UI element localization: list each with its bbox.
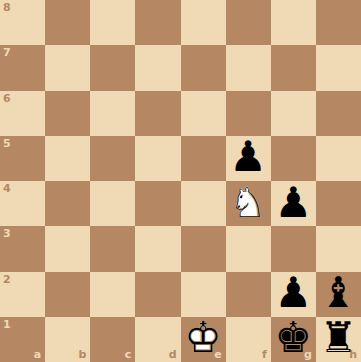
square-d5[interactable] [135, 136, 180, 181]
square-a3[interactable]: 3 [0, 226, 45, 271]
square-g6[interactable] [271, 91, 316, 136]
square-d7[interactable] [135, 45, 180, 90]
black-king[interactable]: ♚ [271, 317, 316, 362]
square-b5[interactable] [45, 136, 90, 181]
square-f1[interactable]: f [226, 317, 271, 362]
square-f2[interactable] [226, 272, 271, 317]
square-g1[interactable]: g♚ [271, 317, 316, 362]
black-king-icon: ♚ [274, 317, 312, 359]
chess-board: 8765♟4♞♘♟32♟♝1abcde♚♔fg♚h♜ [0, 0, 361, 362]
square-f3[interactable] [226, 226, 271, 271]
file-label-a: a [34, 349, 41, 360]
square-c2[interactable] [90, 272, 135, 317]
square-c5[interactable] [90, 136, 135, 181]
square-a7[interactable]: 7 [0, 45, 45, 90]
square-d1[interactable]: d [135, 317, 180, 362]
square-a4[interactable]: 4 [0, 181, 45, 226]
square-f4[interactable]: ♞♘ [226, 181, 271, 226]
square-b8[interactable] [45, 0, 90, 45]
square-b6[interactable] [45, 91, 90, 136]
black-bishop[interactable]: ♝ [316, 272, 361, 317]
square-g3[interactable] [271, 226, 316, 271]
square-e2[interactable] [181, 272, 226, 317]
black-pawn-icon: ♟ [229, 136, 267, 178]
rank-label-6: 6 [3, 93, 11, 104]
white-knight[interactable]: ♞♘ [226, 181, 271, 226]
square-h7[interactable] [316, 45, 361, 90]
black-rook-icon: ♜ [320, 317, 358, 359]
file-label-f: f [262, 349, 267, 360]
rank-label-1: 1 [3, 319, 11, 330]
rank-label-2: 2 [3, 274, 11, 285]
square-f5[interactable]: ♟ [226, 136, 271, 181]
square-b1[interactable]: b [45, 317, 90, 362]
square-d3[interactable] [135, 226, 180, 271]
square-h5[interactable] [316, 136, 361, 181]
square-d4[interactable] [135, 181, 180, 226]
square-g4[interactable]: ♟ [271, 181, 316, 226]
square-f6[interactable] [226, 91, 271, 136]
square-a5[interactable]: 5 [0, 136, 45, 181]
square-d2[interactable] [135, 272, 180, 317]
black-rook[interactable]: ♜ [316, 317, 361, 362]
square-b3[interactable] [45, 226, 90, 271]
square-a8[interactable]: 8 [0, 0, 45, 45]
file-label-c: c [125, 349, 132, 360]
square-e8[interactable] [181, 0, 226, 45]
square-c6[interactable] [90, 91, 135, 136]
square-f7[interactable] [226, 45, 271, 90]
square-h4[interactable] [316, 181, 361, 226]
white-king-icon: ♔ [184, 317, 222, 359]
black-pawn[interactable]: ♟ [226, 136, 271, 181]
square-e5[interactable] [181, 136, 226, 181]
square-a2[interactable]: 2 [0, 272, 45, 317]
square-a1[interactable]: 1a [0, 317, 45, 362]
rank-label-4: 4 [3, 183, 11, 194]
square-h3[interactable] [316, 226, 361, 271]
square-a6[interactable]: 6 [0, 91, 45, 136]
square-c1[interactable]: c [90, 317, 135, 362]
square-f8[interactable] [226, 0, 271, 45]
black-pawn-icon: ♟ [274, 181, 312, 223]
square-c4[interactable] [90, 181, 135, 226]
square-h8[interactable] [316, 0, 361, 45]
file-label-d: d [169, 349, 177, 360]
square-h2[interactable]: ♝ [316, 272, 361, 317]
black-pawn[interactable]: ♟ [271, 181, 316, 226]
square-e1[interactable]: e♚♔ [181, 317, 226, 362]
black-pawn-icon: ♟ [274, 272, 312, 314]
rank-label-8: 8 [3, 2, 11, 13]
square-b4[interactable] [45, 181, 90, 226]
rank-label-3: 3 [3, 228, 11, 239]
black-pawn[interactable]: ♟ [271, 272, 316, 317]
square-e7[interactable] [181, 45, 226, 90]
square-c3[interactable] [90, 226, 135, 271]
square-h6[interactable] [316, 91, 361, 136]
rank-label-5: 5 [3, 138, 11, 149]
square-g7[interactable] [271, 45, 316, 90]
square-e4[interactable] [181, 181, 226, 226]
square-d8[interactable] [135, 0, 180, 45]
file-label-b: b [78, 349, 86, 360]
black-bishop-icon: ♝ [320, 272, 358, 314]
square-g5[interactable] [271, 136, 316, 181]
white-knight-icon: ♘ [229, 181, 267, 223]
square-e6[interactable] [181, 91, 226, 136]
square-d6[interactable] [135, 91, 180, 136]
white-king[interactable]: ♚♔ [181, 317, 226, 362]
square-b2[interactable] [45, 272, 90, 317]
square-g8[interactable] [271, 0, 316, 45]
square-c7[interactable] [90, 45, 135, 90]
square-e3[interactable] [181, 226, 226, 271]
square-c8[interactable] [90, 0, 135, 45]
rank-label-7: 7 [3, 47, 11, 58]
square-h1[interactable]: h♜ [316, 317, 361, 362]
square-b7[interactable] [45, 45, 90, 90]
square-g2[interactable]: ♟ [271, 272, 316, 317]
